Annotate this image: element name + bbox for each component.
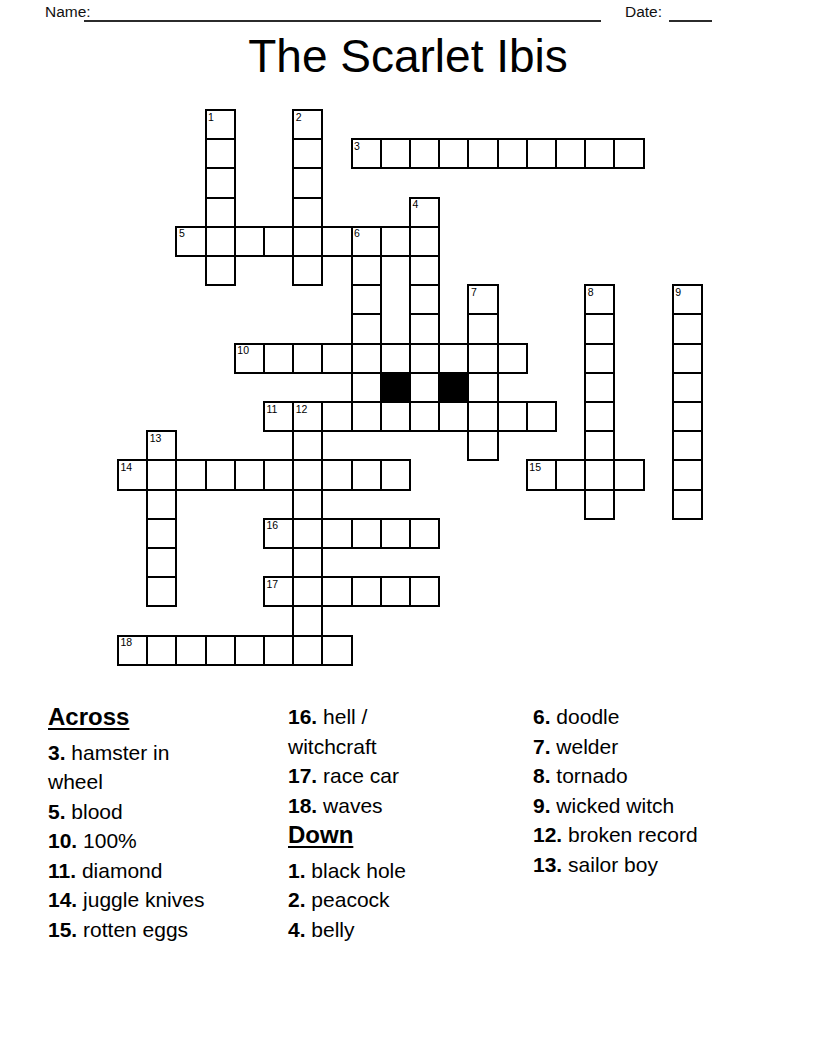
grid-cell[interactable]	[409, 372, 440, 403]
grid-cell[interactable]	[467, 430, 498, 461]
grid-cell[interactable]	[321, 576, 352, 607]
clue-text: diamond	[76, 859, 162, 882]
clue-number: 4.	[288, 918, 306, 941]
clue-column-2: 16. hell / witchcraft17. race car18. wav…	[288, 702, 440, 944]
grid-cell[interactable]	[205, 255, 236, 286]
clue-number: 5.	[48, 800, 66, 823]
clue-number: 16.	[288, 705, 317, 728]
grid-cell[interactable]	[292, 226, 323, 257]
grid-cell[interactable]	[380, 343, 411, 374]
grid-cell[interactable]	[555, 138, 586, 169]
grid-cell[interactable]	[292, 167, 323, 198]
grid-cell[interactable]	[205, 197, 236, 228]
clue-text: doodle	[551, 705, 620, 728]
grid-clue-number: 5	[179, 228, 185, 238]
grid-cell[interactable]	[438, 138, 469, 169]
grid-cell[interactable]	[263, 459, 294, 490]
grid-cell[interactable]	[351, 518, 382, 549]
clue-text: black hole	[306, 859, 406, 882]
grid-cell[interactable]	[175, 635, 206, 666]
grid-cell[interactable]	[351, 401, 382, 432]
grid-cell[interactable]	[292, 138, 323, 169]
grid-cell[interactable]	[292, 547, 323, 578]
grid-cell[interactable]	[292, 343, 323, 374]
clue-down-8: 8. tornado	[533, 761, 768, 791]
grid-clue-number: 17	[267, 579, 279, 589]
grid-cell[interactable]	[613, 459, 644, 490]
grid-cell[interactable]	[321, 518, 352, 549]
grid-cell[interactable]	[263, 226, 294, 257]
grid-cell[interactable]	[146, 547, 177, 578]
grid-cell[interactable]	[292, 197, 323, 228]
grid-cell[interactable]	[292, 518, 323, 549]
clue-number: 12.	[533, 823, 562, 846]
grid-cell[interactable]	[584, 138, 615, 169]
grid-cell[interactable]	[351, 459, 382, 490]
date-label: Date:	[625, 3, 662, 21]
grid-cell[interactable]	[292, 255, 323, 286]
grid-clue-number: 13	[150, 433, 162, 443]
clue-number: 9.	[533, 794, 551, 817]
clue-text: hamster in wheel	[48, 741, 169, 794]
grid-clue-number: 2	[296, 112, 302, 122]
grid-cell[interactable]	[146, 635, 177, 666]
grid-clue-number: 4	[413, 199, 419, 209]
grid-cell[interactable]	[380, 138, 411, 169]
grid-cell[interactable]	[351, 255, 382, 286]
grid-cell[interactable]	[292, 489, 323, 520]
grid-clue-number: 18	[121, 637, 133, 647]
grid-cell[interactable]	[321, 226, 352, 257]
clue-text: tornado	[551, 764, 628, 787]
name-blank-line	[84, 4, 601, 22]
clue-across-10: 10. 100%	[48, 826, 223, 856]
grid-cell[interactable]	[146, 489, 177, 520]
grid-cell[interactable]	[584, 313, 615, 344]
clue-number: 17.	[288, 764, 317, 787]
grid-cell[interactable]	[584, 430, 615, 461]
grid-cell[interactable]	[351, 284, 382, 315]
grid-clue-number: 1	[208, 112, 214, 122]
grid-cell[interactable]	[380, 401, 411, 432]
grid-cell[interactable]	[672, 372, 703, 403]
grid-cell[interactable]	[380, 576, 411, 607]
clue-number: 10.	[48, 829, 77, 852]
grid-cell[interactable]	[234, 459, 265, 490]
clue-down-9: 9. wicked witch	[533, 791, 768, 821]
grid-cell[interactable]	[555, 459, 586, 490]
grid-cell[interactable]	[672, 489, 703, 520]
grid-cell[interactable]	[292, 605, 323, 636]
grid-clue-number: 12	[296, 404, 308, 414]
grid-cell[interactable]	[380, 518, 411, 549]
clue-across-18: 18. waves	[288, 791, 440, 821]
grid-cell[interactable]	[672, 459, 703, 490]
clue-text: rotten eggs	[77, 918, 188, 941]
black-cell	[438, 372, 469, 403]
grid-clue-number: 8	[588, 287, 594, 297]
clue-number: 11.	[48, 859, 76, 882]
grid-cell[interactable]	[292, 576, 323, 607]
clue-down-1: 1. black hole	[288, 856, 440, 886]
grid-cell[interactable]	[146, 518, 177, 549]
clue-column-1: Across3. hamster in wheel5. blood10. 100…	[48, 702, 223, 944]
clue-text: juggle knives	[77, 888, 204, 911]
clue-column-3: 6. doodle7. welder8. tornado9. wicked wi…	[533, 702, 768, 879]
grid-cell[interactable]	[438, 343, 469, 374]
grid-cell[interactable]	[672, 430, 703, 461]
grid-cell[interactable]	[351, 313, 382, 344]
grid-cell[interactable]	[467, 372, 498, 403]
grid-cell[interactable]	[205, 226, 236, 257]
grid-cell[interactable]	[380, 226, 411, 257]
grid-cell[interactable]	[526, 401, 557, 432]
grid-cell[interactable]	[409, 255, 440, 286]
grid-clue-number: 9	[675, 287, 681, 297]
clue-across-14: 14. juggle knives	[48, 885, 223, 915]
clue-number: 7.	[533, 735, 551, 758]
grid-cell[interactable]	[146, 459, 177, 490]
clue-number: 15.	[48, 918, 77, 941]
grid-cell[interactable]	[672, 401, 703, 432]
grid-cell[interactable]	[467, 401, 498, 432]
grid-cell[interactable]	[175, 459, 206, 490]
grid-cell[interactable]	[409, 343, 440, 374]
grid-cell[interactable]	[351, 576, 382, 607]
clue-text: broken record	[562, 823, 697, 846]
grid-cell[interactable]	[380, 459, 411, 490]
clue-across-17: 17. race car	[288, 761, 440, 791]
grid-cell[interactable]	[321, 459, 352, 490]
grid-cell[interactable]	[409, 138, 440, 169]
grid-cell[interactable]	[526, 138, 557, 169]
grid-cell[interactable]	[205, 167, 236, 198]
clue-number: 8.	[533, 764, 551, 787]
clue-text: wicked witch	[551, 794, 675, 817]
grid-cell[interactable]	[409, 401, 440, 432]
grid-cell[interactable]	[351, 343, 382, 374]
grid-cell[interactable]	[584, 459, 615, 490]
clue-number: 14.	[48, 888, 77, 911]
clue-down-4: 4. belly	[288, 915, 440, 945]
grid-clue-number: 10	[237, 345, 249, 355]
clue-number: 6.	[533, 705, 551, 728]
grid-cell[interactable]	[292, 430, 323, 461]
grid-cell[interactable]	[234, 635, 265, 666]
date-blank-line	[669, 4, 712, 22]
clue-text: belly	[306, 918, 355, 941]
grid-cell[interactable]	[234, 226, 265, 257]
clue-number: 13.	[533, 853, 562, 876]
grid-cell[interactable]	[438, 401, 469, 432]
clue-across-16: 16. hell / witchcraft	[288, 702, 440, 761]
clue-down-12: 12. broken record	[533, 820, 768, 850]
clue-number: 2.	[288, 888, 306, 911]
grid-cell[interactable]	[584, 489, 615, 520]
clue-text: blood	[66, 800, 123, 823]
clue-down-7: 7. welder	[533, 732, 768, 762]
grid-cell[interactable]	[409, 226, 440, 257]
clue-down-2: 2. peacock	[288, 885, 440, 915]
grid-cell[interactable]	[584, 401, 615, 432]
down-heading: Down	[288, 820, 440, 850]
grid-clue-number: 15	[529, 462, 541, 472]
grid-clue-number: 6	[354, 228, 360, 238]
grid-cell[interactable]	[321, 343, 352, 374]
clue-text: waves	[317, 794, 382, 817]
clue-number: 3.	[48, 741, 66, 764]
grid-cell[interactable]	[409, 518, 440, 549]
clue-down-6: 6. doodle	[533, 702, 768, 732]
grid-clue-number: 11	[267, 404, 278, 414]
grid-clue-number: 14	[121, 462, 133, 472]
clue-across-15: 15. rotten eggs	[48, 915, 223, 945]
grid-cell[interactable]	[292, 635, 323, 666]
grid-clue-number: 7	[471, 287, 477, 297]
grid-cell[interactable]	[321, 635, 352, 666]
clue-across-5: 5. blood	[48, 797, 223, 827]
clue-number: 1.	[288, 859, 306, 882]
clue-text: sailor boy	[562, 853, 658, 876]
puzzle-title: The Scarlet Ibis	[0, 28, 816, 84]
grid-cell[interactable]	[409, 313, 440, 344]
grid-cell[interactable]	[351, 372, 382, 403]
grid-cell[interactable]	[497, 401, 528, 432]
grid-cell[interactable]	[292, 459, 323, 490]
grid-cell[interactable]	[672, 313, 703, 344]
across-heading: Across	[48, 702, 223, 732]
clue-text: race car	[317, 764, 399, 787]
grid-cell[interactable]	[263, 635, 294, 666]
grid-cell[interactable]	[497, 343, 528, 374]
clue-down-13: 13. sailor boy	[533, 850, 768, 880]
grid-cell[interactable]	[613, 138, 644, 169]
clue-text: 100%	[77, 829, 137, 852]
black-cell	[380, 372, 411, 403]
crossword-grid: 123456789101112131415161718	[117, 109, 703, 666]
grid-clue-number: 16	[267, 520, 279, 530]
grid-cell[interactable]	[205, 138, 236, 169]
grid-cell[interactable]	[497, 138, 528, 169]
grid-cell[interactable]	[584, 372, 615, 403]
grid-cell[interactable]	[467, 343, 498, 374]
grid-cell[interactable]	[205, 459, 236, 490]
grid-cell[interactable]	[467, 138, 498, 169]
grid-cell[interactable]	[467, 313, 498, 344]
clue-text: peacock	[306, 888, 390, 911]
clue-text: welder	[551, 735, 619, 758]
grid-cell[interactable]	[409, 284, 440, 315]
grid-cell[interactable]	[409, 576, 440, 607]
clue-number: 18.	[288, 794, 317, 817]
grid-cell[interactable]	[263, 343, 294, 374]
grid-cell[interactable]	[146, 576, 177, 607]
clue-across-11: 11. diamond	[48, 856, 223, 886]
grid-cell[interactable]	[672, 343, 703, 374]
grid-cell[interactable]	[321, 401, 352, 432]
grid-cell[interactable]	[205, 635, 236, 666]
clue-across-3: 3. hamster in wheel	[48, 738, 223, 797]
grid-cell[interactable]	[584, 343, 615, 374]
grid-clue-number: 3	[354, 141, 360, 151]
